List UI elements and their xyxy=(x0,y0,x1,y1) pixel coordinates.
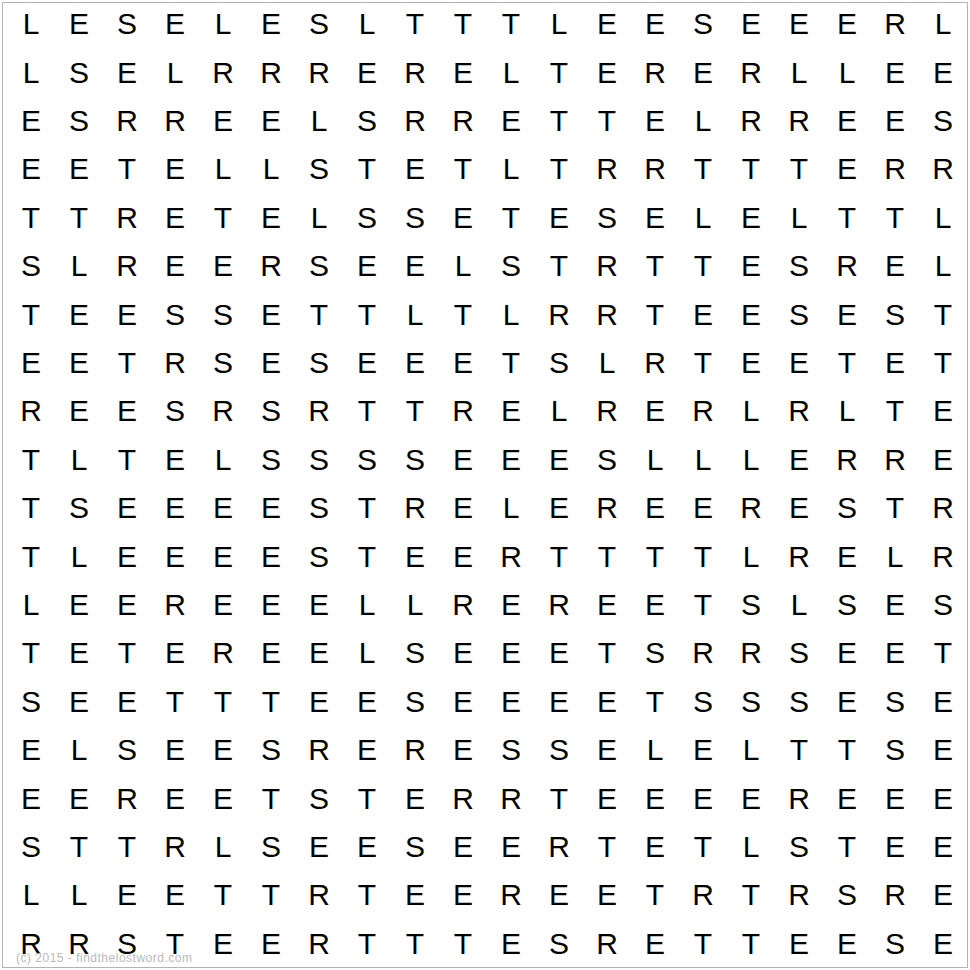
grid-cell[interactable]: E xyxy=(487,387,535,435)
grid-cell[interactable]: T xyxy=(151,678,199,726)
grid-cell[interactable]: R xyxy=(727,629,775,677)
grid-cell[interactable]: R xyxy=(487,774,535,822)
grid-cell[interactable]: E xyxy=(391,339,439,387)
grid-cell[interactable]: L xyxy=(7,581,55,629)
grid-cell[interactable]: S xyxy=(871,726,919,774)
grid-cell[interactable]: R xyxy=(391,484,439,532)
grid-cell[interactable]: E xyxy=(439,194,487,242)
grid-cell[interactable]: T xyxy=(679,145,727,193)
grid-cell[interactable]: L xyxy=(775,48,823,96)
grid-cell[interactable]: T xyxy=(871,194,919,242)
grid-cell[interactable]: E xyxy=(343,48,391,96)
grid-cell[interactable]: E xyxy=(487,436,535,484)
grid-cell[interactable]: S xyxy=(55,48,103,96)
grid-cell[interactable]: S xyxy=(7,823,55,871)
grid-cell[interactable]: R xyxy=(103,97,151,145)
grid-cell[interactable]: T xyxy=(199,194,247,242)
grid-cell[interactable]: S xyxy=(919,97,967,145)
grid-cell[interactable]: E xyxy=(727,774,775,822)
grid-cell[interactable]: L xyxy=(871,532,919,580)
grid-cell[interactable]: S xyxy=(775,629,823,677)
grid-cell[interactable]: L xyxy=(343,629,391,677)
grid-cell[interactable]: E xyxy=(583,678,631,726)
grid-cell[interactable]: E xyxy=(631,581,679,629)
grid-cell[interactable]: E xyxy=(919,387,967,435)
grid-cell[interactable]: T xyxy=(247,871,295,919)
grid-cell[interactable]: L xyxy=(55,532,103,580)
grid-cell[interactable]: L xyxy=(535,387,583,435)
grid-cell[interactable]: S xyxy=(343,97,391,145)
grid-cell[interactable]: E xyxy=(439,484,487,532)
grid-cell[interactable]: E xyxy=(535,629,583,677)
grid-cell[interactable]: E xyxy=(487,97,535,145)
grid-cell[interactable]: E xyxy=(439,678,487,726)
grid-cell[interactable]: L xyxy=(439,242,487,290)
grid-cell[interactable]: S xyxy=(775,678,823,726)
grid-cell[interactable]: R xyxy=(871,436,919,484)
grid-cell[interactable]: E xyxy=(535,194,583,242)
grid-cell[interactable]: E xyxy=(487,823,535,871)
grid-cell[interactable]: T xyxy=(343,871,391,919)
grid-cell[interactable]: T xyxy=(823,726,871,774)
grid-cell[interactable]: E xyxy=(583,48,631,96)
grid-cell[interactable]: T xyxy=(247,678,295,726)
grid-cell[interactable]: E xyxy=(151,871,199,919)
grid-cell[interactable]: R xyxy=(775,97,823,145)
grid-cell[interactable]: T xyxy=(919,629,967,677)
grid-cell[interactable]: E xyxy=(55,290,103,338)
grid-cell[interactable]: E xyxy=(55,774,103,822)
grid-cell[interactable]: S xyxy=(871,290,919,338)
grid-cell[interactable]: S xyxy=(823,484,871,532)
grid-cell[interactable]: R xyxy=(727,97,775,145)
grid-cell[interactable]: L xyxy=(727,532,775,580)
grid-cell[interactable]: E xyxy=(583,581,631,629)
grid-cell[interactable]: T xyxy=(7,194,55,242)
grid-cell[interactable]: L xyxy=(199,823,247,871)
grid-cell[interactable]: R xyxy=(535,581,583,629)
grid-cell[interactable]: L xyxy=(775,194,823,242)
grid-cell[interactable]: S xyxy=(295,532,343,580)
grid-cell[interactable]: E xyxy=(487,920,535,968)
grid-cell[interactable]: E xyxy=(103,581,151,629)
grid-cell[interactable]: S xyxy=(343,194,391,242)
grid-cell[interactable]: R xyxy=(679,871,727,919)
grid-cell[interactable]: R xyxy=(199,48,247,96)
grid-cell[interactable]: T xyxy=(679,581,727,629)
grid-cell[interactable]: E xyxy=(151,242,199,290)
grid-cell[interactable]: R xyxy=(487,532,535,580)
grid-cell[interactable]: E xyxy=(439,48,487,96)
grid-cell[interactable]: R xyxy=(439,387,487,435)
grid-cell[interactable]: T xyxy=(7,484,55,532)
grid-cell[interactable]: R xyxy=(583,145,631,193)
grid-cell[interactable]: S xyxy=(727,678,775,726)
grid-cell[interactable]: L xyxy=(679,436,727,484)
grid-cell[interactable]: L xyxy=(343,0,391,48)
grid-cell[interactable]: E xyxy=(199,532,247,580)
grid-cell[interactable]: T xyxy=(439,0,487,48)
grid-cell[interactable]: E xyxy=(247,532,295,580)
grid-cell[interactable]: T xyxy=(727,920,775,968)
grid-cell[interactable]: L xyxy=(487,484,535,532)
grid-cell[interactable]: E xyxy=(391,774,439,822)
grid-cell[interactable]: S xyxy=(343,436,391,484)
grid-cell[interactable]: S xyxy=(391,678,439,726)
grid-cell[interactable]: R xyxy=(247,242,295,290)
grid-cell[interactable]: E xyxy=(151,0,199,48)
grid-cell[interactable]: L xyxy=(247,145,295,193)
grid-cell[interactable]: S xyxy=(679,678,727,726)
grid-cell[interactable]: S xyxy=(7,242,55,290)
grid-cell[interactable]: E xyxy=(631,920,679,968)
grid-cell[interactable]: L xyxy=(823,387,871,435)
grid-cell[interactable]: E xyxy=(631,194,679,242)
grid-cell[interactable]: L xyxy=(631,726,679,774)
grid-cell[interactable]: R xyxy=(583,242,631,290)
grid-cell[interactable]: L xyxy=(7,48,55,96)
grid-cell[interactable]: L xyxy=(727,726,775,774)
grid-cell[interactable]: E xyxy=(55,0,103,48)
grid-cell[interactable]: E xyxy=(631,387,679,435)
grid-cell[interactable]: L xyxy=(487,48,535,96)
grid-cell[interactable]: S xyxy=(295,339,343,387)
grid-cell[interactable]: R xyxy=(775,532,823,580)
grid-cell[interactable]: R xyxy=(823,242,871,290)
grid-cell[interactable]: R xyxy=(775,774,823,822)
grid-cell[interactable]: S xyxy=(391,629,439,677)
grid-cell[interactable]: T xyxy=(631,678,679,726)
grid-cell[interactable]: L xyxy=(727,436,775,484)
grid-cell[interactable]: R xyxy=(871,0,919,48)
grid-cell[interactable]: T xyxy=(679,920,727,968)
grid-cell[interactable]: E xyxy=(823,629,871,677)
grid-cell[interactable]: E xyxy=(439,823,487,871)
grid-cell[interactable]: R xyxy=(679,387,727,435)
grid-cell[interactable]: S xyxy=(295,0,343,48)
grid-cell[interactable]: L xyxy=(295,194,343,242)
grid-cell[interactable]: S xyxy=(151,290,199,338)
grid-cell[interactable]: E xyxy=(7,726,55,774)
grid-cell[interactable]: E xyxy=(199,774,247,822)
grid-cell[interactable]: R xyxy=(247,48,295,96)
grid-cell[interactable]: S xyxy=(487,726,535,774)
grid-cell[interactable]: R xyxy=(439,774,487,822)
grid-cell[interactable]: R xyxy=(487,871,535,919)
grid-cell[interactable]: E xyxy=(919,436,967,484)
grid-cell[interactable]: T xyxy=(631,532,679,580)
grid-cell[interactable]: E xyxy=(727,0,775,48)
grid-cell[interactable]: S xyxy=(199,339,247,387)
grid-cell[interactable]: T xyxy=(343,484,391,532)
grid-cell[interactable]: L xyxy=(391,290,439,338)
grid-cell[interactable]: T xyxy=(583,823,631,871)
grid-cell[interactable]: E xyxy=(295,629,343,677)
grid-cell[interactable]: E xyxy=(727,242,775,290)
grid-cell[interactable]: R xyxy=(103,194,151,242)
grid-cell[interactable]: L xyxy=(487,290,535,338)
grid-cell[interactable]: S xyxy=(391,823,439,871)
grid-cell[interactable]: R xyxy=(391,726,439,774)
grid-cell[interactable]: T xyxy=(823,339,871,387)
grid-cell[interactable]: T xyxy=(919,339,967,387)
grid-cell[interactable]: E xyxy=(343,242,391,290)
grid-cell[interactable]: T xyxy=(775,726,823,774)
grid-cell[interactable]: L xyxy=(919,0,967,48)
grid-cell[interactable]: T xyxy=(103,436,151,484)
grid-cell[interactable]: T xyxy=(775,145,823,193)
grid-cell[interactable]: E xyxy=(871,774,919,822)
grid-cell[interactable]: E xyxy=(295,678,343,726)
grid-cell[interactable]: R xyxy=(919,484,967,532)
grid-cell[interactable]: L xyxy=(775,581,823,629)
grid-cell[interactable]: T xyxy=(7,629,55,677)
grid-cell[interactable]: E xyxy=(487,629,535,677)
grid-cell[interactable]: S xyxy=(247,387,295,435)
grid-cell[interactable]: E xyxy=(103,678,151,726)
grid-cell[interactable]: T xyxy=(823,823,871,871)
grid-cell[interactable]: E xyxy=(55,581,103,629)
grid-cell[interactable]: L xyxy=(343,581,391,629)
grid-cell[interactable]: E xyxy=(823,532,871,580)
grid-cell[interactable]: E xyxy=(151,484,199,532)
grid-cell[interactable]: S xyxy=(295,774,343,822)
grid-cell[interactable]: E xyxy=(7,145,55,193)
grid-cell[interactable]: E xyxy=(247,0,295,48)
grid-cell[interactable]: R xyxy=(583,484,631,532)
grid-cell[interactable]: R xyxy=(535,823,583,871)
grid-cell[interactable]: S xyxy=(631,629,679,677)
grid-cell[interactable]: E xyxy=(871,581,919,629)
grid-cell[interactable]: E xyxy=(391,242,439,290)
grid-cell[interactable]: S xyxy=(295,242,343,290)
grid-cell[interactable]: E xyxy=(535,484,583,532)
grid-cell[interactable]: E xyxy=(919,774,967,822)
grid-cell[interactable]: E xyxy=(679,48,727,96)
grid-cell[interactable]: R xyxy=(727,484,775,532)
grid-cell[interactable]: E xyxy=(727,290,775,338)
grid-cell[interactable]: T xyxy=(103,629,151,677)
grid-cell[interactable]: S xyxy=(199,290,247,338)
grid-cell[interactable]: S xyxy=(295,436,343,484)
grid-cell[interactable]: E xyxy=(775,0,823,48)
grid-cell[interactable]: E xyxy=(823,0,871,48)
grid-cell[interactable]: E xyxy=(247,97,295,145)
grid-cell[interactable]: E xyxy=(55,145,103,193)
grid-cell[interactable]: T xyxy=(535,48,583,96)
grid-cell[interactable]: S xyxy=(295,145,343,193)
grid-cell[interactable]: E xyxy=(439,629,487,677)
grid-cell[interactable]: E xyxy=(199,242,247,290)
grid-cell[interactable]: E xyxy=(727,339,775,387)
grid-cell[interactable]: L xyxy=(55,436,103,484)
grid-cell[interactable]: E xyxy=(487,678,535,726)
grid-cell[interactable]: E xyxy=(55,629,103,677)
grid-cell[interactable]: R xyxy=(535,290,583,338)
grid-cell[interactable]: E xyxy=(247,194,295,242)
grid-cell[interactable]: E xyxy=(919,678,967,726)
grid-cell[interactable]: E xyxy=(631,0,679,48)
grid-cell[interactable]: T xyxy=(919,290,967,338)
grid-cell[interactable]: R xyxy=(151,97,199,145)
grid-cell[interactable]: T xyxy=(871,387,919,435)
grid-cell[interactable]: T xyxy=(535,774,583,822)
grid-cell[interactable]: E xyxy=(919,871,967,919)
grid-cell[interactable]: R xyxy=(295,48,343,96)
grid-cell[interactable]: E xyxy=(919,726,967,774)
grid-cell[interactable]: S xyxy=(535,726,583,774)
grid-cell[interactable]: S xyxy=(775,823,823,871)
grid-cell[interactable]: T xyxy=(727,145,775,193)
grid-cell[interactable]: R xyxy=(295,920,343,968)
grid-cell[interactable]: L xyxy=(487,145,535,193)
grid-cell[interactable]: L xyxy=(823,48,871,96)
grid-cell[interactable]: E xyxy=(535,871,583,919)
grid-cell[interactable]: E xyxy=(631,823,679,871)
grid-cell[interactable]: R xyxy=(727,48,775,96)
grid-cell[interactable]: E xyxy=(103,484,151,532)
grid-cell[interactable]: L xyxy=(7,871,55,919)
grid-cell[interactable]: T xyxy=(295,290,343,338)
grid-cell[interactable]: E xyxy=(583,0,631,48)
grid-cell[interactable]: T xyxy=(199,678,247,726)
grid-cell[interactable]: S xyxy=(103,726,151,774)
grid-cell[interactable]: L xyxy=(919,242,967,290)
grid-cell[interactable]: E xyxy=(343,823,391,871)
grid-cell[interactable]: T xyxy=(7,436,55,484)
grid-cell[interactable]: R xyxy=(631,145,679,193)
grid-cell[interactable]: E xyxy=(103,532,151,580)
grid-cell[interactable]: E xyxy=(391,532,439,580)
grid-cell[interactable]: R xyxy=(103,774,151,822)
grid-cell[interactable]: T xyxy=(679,339,727,387)
grid-cell[interactable]: L xyxy=(199,0,247,48)
grid-cell[interactable]: L xyxy=(199,436,247,484)
grid-cell[interactable]: E xyxy=(247,581,295,629)
grid-cell[interactable]: R xyxy=(439,97,487,145)
grid-cell[interactable]: T xyxy=(343,920,391,968)
grid-cell[interactable]: R xyxy=(583,920,631,968)
grid-cell[interactable]: T xyxy=(535,242,583,290)
grid-cell[interactable]: E xyxy=(103,290,151,338)
grid-cell[interactable]: T xyxy=(679,242,727,290)
grid-cell[interactable]: E xyxy=(247,339,295,387)
grid-cell[interactable]: E xyxy=(151,774,199,822)
grid-cell[interactable]: T xyxy=(727,871,775,919)
grid-cell[interactable]: E xyxy=(343,678,391,726)
grid-cell[interactable]: E xyxy=(343,726,391,774)
grid-cell[interactable]: E xyxy=(151,629,199,677)
grid-cell[interactable]: E xyxy=(247,920,295,968)
grid-cell[interactable]: S xyxy=(679,0,727,48)
grid-cell[interactable]: T xyxy=(7,290,55,338)
grid-cell[interactable]: E xyxy=(343,339,391,387)
grid-cell[interactable]: T xyxy=(103,339,151,387)
grid-cell[interactable]: E xyxy=(55,678,103,726)
grid-cell[interactable]: E xyxy=(679,484,727,532)
grid-cell[interactable]: T xyxy=(391,0,439,48)
grid-cell[interactable]: L xyxy=(199,145,247,193)
grid-cell[interactable]: R xyxy=(7,387,55,435)
grid-cell[interactable]: T xyxy=(55,823,103,871)
grid-cell[interactable]: E xyxy=(919,920,967,968)
grid-cell[interactable]: E xyxy=(295,581,343,629)
grid-cell[interactable]: T xyxy=(583,532,631,580)
grid-cell[interactable]: L xyxy=(727,823,775,871)
grid-cell[interactable]: E xyxy=(7,339,55,387)
grid-cell[interactable]: S xyxy=(151,387,199,435)
grid-cell[interactable]: T xyxy=(439,145,487,193)
grid-cell[interactable]: L xyxy=(151,48,199,96)
grid-cell[interactable]: T xyxy=(343,387,391,435)
grid-cell[interactable]: T xyxy=(583,629,631,677)
grid-cell[interactable]: E xyxy=(631,774,679,822)
grid-cell[interactable]: T xyxy=(535,145,583,193)
grid-cell[interactable]: E xyxy=(7,774,55,822)
grid-cell[interactable]: E xyxy=(199,97,247,145)
grid-cell[interactable]: E xyxy=(919,48,967,96)
grid-cell[interactable]: E xyxy=(775,484,823,532)
grid-cell[interactable]: T xyxy=(103,823,151,871)
grid-cell[interactable]: E xyxy=(583,871,631,919)
grid-cell[interactable]: E xyxy=(583,726,631,774)
grid-cell[interactable]: S xyxy=(871,678,919,726)
grid-cell[interactable]: R xyxy=(775,387,823,435)
grid-cell[interactable]: E xyxy=(247,629,295,677)
grid-cell[interactable]: E xyxy=(439,532,487,580)
grid-cell[interactable]: R xyxy=(583,387,631,435)
grid-cell[interactable]: L xyxy=(391,581,439,629)
grid-cell[interactable]: E xyxy=(919,823,967,871)
grid-cell[interactable]: R xyxy=(391,48,439,96)
grid-cell[interactable]: L xyxy=(295,97,343,145)
grid-cell[interactable]: T xyxy=(343,532,391,580)
grid-cell[interactable]: R xyxy=(199,629,247,677)
grid-cell[interactable]: T xyxy=(343,145,391,193)
grid-cell[interactable]: T xyxy=(343,290,391,338)
grid-cell[interactable]: L xyxy=(679,194,727,242)
grid-cell[interactable]: E xyxy=(679,774,727,822)
grid-cell[interactable]: E xyxy=(247,484,295,532)
grid-cell[interactable]: E xyxy=(391,871,439,919)
grid-cell[interactable]: L xyxy=(919,194,967,242)
grid-cell[interactable]: S xyxy=(535,339,583,387)
grid-cell[interactable]: E xyxy=(391,145,439,193)
grid-cell[interactable]: L xyxy=(55,242,103,290)
grid-cell[interactable]: E xyxy=(439,339,487,387)
grid-cell[interactable]: E xyxy=(679,290,727,338)
grid-cell[interactable]: R xyxy=(151,823,199,871)
grid-cell[interactable]: E xyxy=(871,339,919,387)
grid-cell[interactable]: T xyxy=(55,194,103,242)
grid-cell[interactable]: E xyxy=(55,387,103,435)
grid-cell[interactable]: T xyxy=(199,871,247,919)
grid-cell[interactable]: E xyxy=(151,436,199,484)
grid-cell[interactable]: R xyxy=(199,387,247,435)
grid-cell[interactable]: T xyxy=(391,920,439,968)
grid-cell[interactable]: E xyxy=(7,97,55,145)
grid-cell[interactable]: E xyxy=(583,774,631,822)
grid-cell[interactable]: S xyxy=(391,436,439,484)
grid-cell[interactable]: L xyxy=(55,726,103,774)
grid-cell[interactable]: E xyxy=(151,726,199,774)
grid-cell[interactable]: E xyxy=(775,436,823,484)
grid-cell[interactable]: T xyxy=(535,97,583,145)
grid-cell[interactable]: E xyxy=(199,581,247,629)
grid-cell[interactable]: R xyxy=(919,145,967,193)
grid-cell[interactable]: E xyxy=(151,194,199,242)
grid-cell[interactable]: E xyxy=(535,436,583,484)
